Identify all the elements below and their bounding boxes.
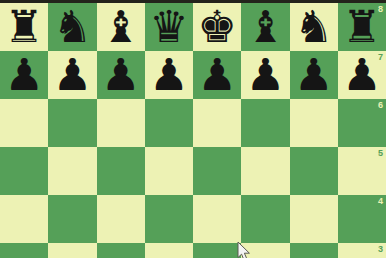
- square-a6[interactable]: [0, 99, 48, 147]
- square-d8[interactable]: ♛: [145, 3, 193, 51]
- black-pawn[interactable]: ♟: [53, 51, 92, 99]
- black-pawn[interactable]: ♟: [294, 51, 333, 99]
- square-c5[interactable]: [97, 147, 145, 195]
- square-h4[interactable]: 4: [338, 195, 386, 243]
- black-pawn[interactable]: ♟: [4, 51, 43, 99]
- rank-coordinate-5: 5: [378, 148, 383, 158]
- black-knight[interactable]: ♞: [53, 3, 92, 51]
- black-king[interactable]: ♚: [197, 3, 236, 51]
- chessboard-grid: ♜♞♝♛♚♝♞♜8♟♟♟♟♟♟♟♟76543: [0, 3, 386, 258]
- square-e3[interactable]: [193, 243, 241, 258]
- rank-coordinate-7: 7: [378, 52, 383, 62]
- square-d4[interactable]: [145, 195, 193, 243]
- rank-coordinate-4: 4: [378, 196, 383, 206]
- rank-coordinate-6: 6: [378, 100, 383, 110]
- square-a4[interactable]: [0, 195, 48, 243]
- black-rook[interactable]: ♜: [4, 3, 43, 51]
- square-f4[interactable]: [241, 195, 289, 243]
- black-bishop[interactable]: ♝: [246, 3, 285, 51]
- black-rook[interactable]: ♜: [342, 3, 381, 51]
- square-f5[interactable]: [241, 147, 289, 195]
- square-b4[interactable]: [48, 195, 96, 243]
- square-c7[interactable]: ♟: [97, 51, 145, 99]
- square-g4[interactable]: [290, 195, 338, 243]
- square-b6[interactable]: [48, 99, 96, 147]
- square-b7[interactable]: ♟: [48, 51, 96, 99]
- black-queen[interactable]: ♛: [149, 3, 188, 51]
- black-knight[interactable]: ♞: [294, 3, 333, 51]
- square-a5[interactable]: [0, 147, 48, 195]
- square-a3[interactable]: [0, 243, 48, 258]
- square-g6[interactable]: [290, 99, 338, 147]
- rank-coordinate-8: 8: [378, 4, 383, 14]
- square-g7[interactable]: ♟: [290, 51, 338, 99]
- square-a7[interactable]: ♟: [0, 51, 48, 99]
- square-b5[interactable]: [48, 147, 96, 195]
- square-e5[interactable]: [193, 147, 241, 195]
- square-h6[interactable]: 6: [338, 99, 386, 147]
- square-f3[interactable]: [241, 243, 289, 258]
- square-c4[interactable]: [97, 195, 145, 243]
- square-f7[interactable]: ♟: [241, 51, 289, 99]
- rank-coordinate-3: 3: [378, 244, 383, 254]
- square-d6[interactable]: [145, 99, 193, 147]
- square-e8[interactable]: ♚: [193, 3, 241, 51]
- chess-app-viewport: ♜♞♝♛♚♝♞♜8♟♟♟♟♟♟♟♟76543: [0, 0, 386, 258]
- square-g5[interactable]: [290, 147, 338, 195]
- black-pawn[interactable]: ♟: [101, 51, 140, 99]
- black-pawn[interactable]: ♟: [197, 51, 236, 99]
- black-pawn[interactable]: ♟: [149, 51, 188, 99]
- square-b8[interactable]: ♞: [48, 3, 96, 51]
- square-e4[interactable]: [193, 195, 241, 243]
- square-h5[interactable]: 5: [338, 147, 386, 195]
- square-c6[interactable]: [97, 99, 145, 147]
- square-g3[interactable]: [290, 243, 338, 258]
- square-d7[interactable]: ♟: [145, 51, 193, 99]
- square-h3[interactable]: 3: [338, 243, 386, 258]
- square-h7[interactable]: ♟7: [338, 51, 386, 99]
- square-d3[interactable]: [145, 243, 193, 258]
- square-f8[interactable]: ♝: [241, 3, 289, 51]
- square-h8[interactable]: ♜8: [338, 3, 386, 51]
- square-b3[interactable]: [48, 243, 96, 258]
- black-pawn[interactable]: ♟: [342, 51, 381, 99]
- square-g8[interactable]: ♞: [290, 3, 338, 51]
- square-e6[interactable]: [193, 99, 241, 147]
- square-c8[interactable]: ♝: [97, 3, 145, 51]
- black-pawn[interactable]: ♟: [246, 51, 285, 99]
- square-a8[interactable]: ♜: [0, 3, 48, 51]
- square-e7[interactable]: ♟: [193, 51, 241, 99]
- square-d5[interactable]: [145, 147, 193, 195]
- square-c3[interactable]: [97, 243, 145, 258]
- black-bishop[interactable]: ♝: [101, 3, 140, 51]
- square-f6[interactable]: [241, 99, 289, 147]
